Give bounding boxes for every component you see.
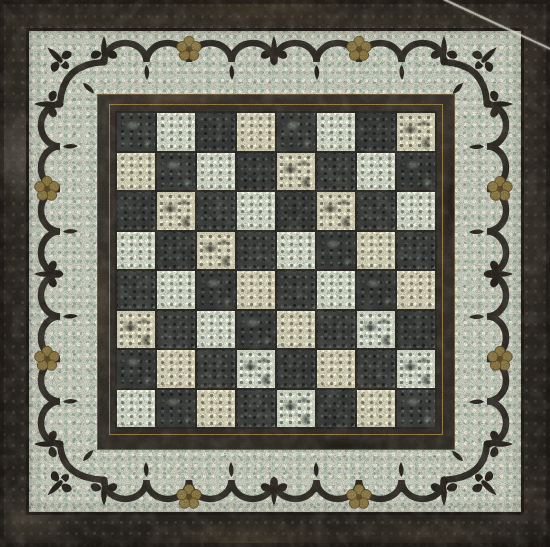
square-a3[interactable] (117, 311, 155, 349)
square-a8[interactable] (117, 113, 155, 151)
square-b2[interactable] (157, 350, 195, 388)
square-c2[interactable] (197, 350, 235, 388)
square-g1[interactable] (357, 390, 395, 428)
square-c8[interactable] (197, 113, 235, 151)
square-f7[interactable] (317, 153, 355, 191)
square-a5[interactable] (117, 232, 155, 270)
square-e7[interactable] (277, 153, 315, 191)
square-b6[interactable] (157, 192, 195, 230)
square-h8[interactable] (397, 113, 435, 151)
square-f8[interactable] (317, 113, 355, 151)
square-b8[interactable] (157, 113, 195, 151)
square-g4[interactable] (357, 271, 395, 309)
square-c7[interactable] (197, 153, 235, 191)
square-e3[interactable] (277, 311, 315, 349)
square-c1[interactable] (197, 390, 235, 428)
square-b5[interactable] (157, 232, 195, 270)
square-e1[interactable] (277, 390, 315, 428)
square-c6[interactable] (197, 192, 235, 230)
square-d3[interactable] (237, 311, 275, 349)
square-f3[interactable] (317, 311, 355, 349)
square-a7[interactable] (117, 153, 155, 191)
square-h5[interactable] (397, 232, 435, 270)
square-h1[interactable] (397, 390, 435, 428)
square-f2[interactable] (317, 350, 355, 388)
square-h2[interactable] (397, 350, 435, 388)
square-a1[interactable] (117, 390, 155, 428)
square-f4[interactable] (317, 271, 355, 309)
square-e6[interactable] (277, 192, 315, 230)
square-e2[interactable] (277, 350, 315, 388)
square-g8[interactable] (357, 113, 395, 151)
square-a6[interactable] (117, 192, 155, 230)
square-d5[interactable] (237, 232, 275, 270)
square-f5[interactable] (317, 232, 355, 270)
square-h6[interactable] (397, 192, 435, 230)
square-c4[interactable] (197, 271, 235, 309)
square-e4[interactable] (277, 271, 315, 309)
square-h3[interactable] (397, 311, 435, 349)
square-d7[interactable] (237, 153, 275, 191)
square-e8[interactable] (277, 113, 315, 151)
square-h7[interactable] (397, 153, 435, 191)
square-a2[interactable] (117, 350, 155, 388)
square-g3[interactable] (357, 311, 395, 349)
square-f6[interactable] (317, 192, 355, 230)
square-b1[interactable] (157, 390, 195, 428)
square-d6[interactable] (237, 192, 275, 230)
square-c5[interactable] (197, 232, 235, 270)
square-c3[interactable] (197, 311, 235, 349)
square-g7[interactable] (357, 153, 395, 191)
square-d8[interactable] (237, 113, 275, 151)
square-a4[interactable] (117, 271, 155, 309)
square-b4[interactable] (157, 271, 195, 309)
square-g6[interactable] (357, 192, 395, 230)
game-board-photo (0, 0, 550, 547)
square-d4[interactable] (237, 271, 275, 309)
square-d1[interactable] (237, 390, 275, 428)
square-b3[interactable] (157, 311, 195, 349)
square-g2[interactable] (357, 350, 395, 388)
square-f1[interactable] (317, 390, 355, 428)
square-b7[interactable] (157, 153, 195, 191)
checkerboard (115, 111, 437, 429)
square-g5[interactable] (357, 232, 395, 270)
square-e5[interactable] (277, 232, 315, 270)
square-d2[interactable] (237, 350, 275, 388)
square-h4[interactable] (397, 271, 435, 309)
